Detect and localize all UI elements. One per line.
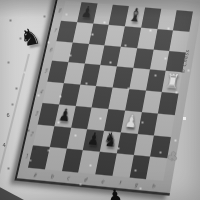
rank-label-6: 6 xyxy=(48,48,52,53)
file-label-e: e xyxy=(101,178,105,184)
table-shadow-corner xyxy=(0,184,24,200)
square-h8[interactable] xyxy=(173,10,193,31)
file-label-g: g xyxy=(135,181,139,187)
photo-chessboard-scene: abcdefgh87654321♟♝♜♟♟♟♞ © Chess ♣ ♞ ♟ 6 … xyxy=(0,0,200,200)
square-h4[interactable] xyxy=(158,92,178,115)
file-label-c: c xyxy=(67,175,71,181)
file-label-h: h xyxy=(152,183,156,189)
rank-label-3: 3 xyxy=(34,110,38,116)
chess-board: abcdefgh87654321♟♝♜♟♟♟♞ xyxy=(14,0,200,196)
rank-label-7: 7 xyxy=(53,27,57,32)
left-edge-marking: 6 xyxy=(7,113,10,119)
captured-black-knight-off-board[interactable]: ♞ xyxy=(18,24,43,51)
photo-noise-overlay xyxy=(0,0,1,1)
rank-label-2: 2 xyxy=(29,132,33,138)
board-crest-emblem-icon: ♣ xyxy=(165,148,180,165)
rank-label-1: 1 xyxy=(24,153,28,159)
file-label-b: b xyxy=(50,173,54,179)
file-label-d: d xyxy=(84,176,88,182)
file-label-a: a xyxy=(33,171,37,177)
cut-off-piece-bottom-edge[interactable]: ♟ xyxy=(107,187,123,200)
left-edge-marking: 4 xyxy=(3,143,6,149)
square-h1[interactable] xyxy=(146,157,167,181)
square-h3[interactable] xyxy=(154,113,175,136)
photo-noise-overlay-dark xyxy=(0,0,1,1)
rank-label-4: 4 xyxy=(39,89,43,95)
rank-label-8: 8 xyxy=(57,8,61,13)
rank-label-5: 5 xyxy=(44,68,48,73)
